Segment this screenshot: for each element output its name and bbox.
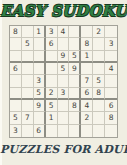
sudoku-cell-r3c4 [46,51,58,63]
sudoku-cell-r3c9 [105,51,117,63]
sudoku-cell-r6c1 [10,88,22,100]
sudoku-cell-r9c3: 6 [34,125,46,137]
sudoku-cell-r3c3 [34,51,46,63]
sudoku-cell-r7c1 [10,100,22,112]
sudoku-cell-r6c8: 8 [93,88,105,100]
sudoku-cell-r3c5: 9 [58,51,70,63]
sudoku-cell-r9c6 [69,125,81,137]
sudoku-cell-r6c9 [105,88,117,100]
sudoku-cell-r9c4 [46,125,58,137]
sudoku-cell-r5c3: 3 [34,75,46,87]
sudoku-cell-r6c2 [22,88,34,100]
sudoku-cell-r8c4: 1 [46,112,58,124]
sudoku-cell-r5c9 [105,75,117,87]
sudoku-cell-r8c5 [58,112,70,124]
sudoku-cell-r2c6 [69,38,81,50]
sudoku-cell-r9c8 [93,125,105,137]
sudoku-cell-r4c4 [46,63,58,75]
sudoku-cell-r2c1 [10,38,22,50]
sudoku-cell-r7c2 [22,100,34,112]
sudoku-cell-r8c9: 8 [105,112,117,124]
sudoku-cell-r5c5 [58,75,70,87]
sudoku-cell-r2c9: 3 [105,38,117,50]
sudoku-cell-r4c5: 5 [58,63,70,75]
sudoku-cell-r4c3 [34,63,46,75]
sudoku-cell-r1c6 [69,26,81,38]
sudoku-cell-r7c5 [58,100,70,112]
sudoku-cell-r4c8 [93,63,105,75]
cover-left-edge [0,0,2,165]
sudoku-cell-r6c3: 5 [34,88,46,100]
sudoku-cell-r9c7 [81,125,93,137]
sudoku-cell-r7c4: 5 [46,100,58,112]
sudoku-cell-r2c7: 8 [81,38,93,50]
sudoku-cell-r3c2 [22,51,34,63]
sudoku-cell-r2c4: 6 [46,38,58,50]
sudoku-cell-r3c1 [10,51,22,63]
sudoku-cell-r4c6: 9 [69,63,81,75]
sudoku-cell-r5c4 [46,75,58,87]
sudoku-cell-r8c7: 2 [81,112,93,124]
sudoku-cell-r1c8: 2 [93,26,105,38]
sudoku-cell-r3c6: 5 [69,51,81,63]
sudoku-cell-r3c7: 1 [81,51,93,63]
sudoku-cell-r4c9: 4 [105,63,117,75]
sudoku-cell-r8c6 [69,112,81,124]
sudoku-cell-r7c6: 8 [69,100,81,112]
sudoku-cell-r7c7: 4 [81,100,93,112]
sudoku-cell-r2c3 [34,38,46,50]
book-cover: EASY SUDOKU 8134256839516594375523689584… [0,0,127,165]
cover-subtitle: PUZZLES FOR ADULTS [0,143,127,157]
sudoku-cell-r2c5 [58,38,70,50]
sudoku-cell-r4c2 [22,63,34,75]
sudoku-cell-r1c3: 1 [34,26,46,38]
sudoku-cell-r4c7 [81,63,93,75]
sudoku-cell-r6c6 [69,88,81,100]
sudoku-cell-r6c7: 6 [81,88,93,100]
sudoku-cell-r6c5: 3 [58,88,70,100]
sudoku-cell-r1c4: 3 [46,26,58,38]
sudoku-cell-r9c9 [105,125,117,137]
sudoku-cell-r9c2 [22,125,34,137]
sudoku-cell-r8c2: 7 [22,112,34,124]
sudoku-cell-r4c1: 6 [10,63,22,75]
sudoku-cell-r1c1: 8 [10,26,22,38]
sudoku-cell-r3c8 [93,51,105,63]
sudoku-cell-r8c3 [34,112,46,124]
sudoku-cell-r5c1 [10,75,22,87]
sudoku-cell-r2c2: 5 [22,38,34,50]
sudoku-cell-r5c8: 5 [93,75,105,87]
sudoku-board: 813425683951659437552368958465712836 [9,25,118,138]
sudoku-cell-r1c9 [105,26,117,38]
sudoku-cell-r9c5 [58,125,70,137]
sudoku-cell-r5c7: 7 [81,75,93,87]
sudoku-cell-r7c8 [93,100,105,112]
sudoku-cell-r9c1: 3 [10,125,22,137]
sudoku-cell-r1c7 [81,26,93,38]
sudoku-cell-r1c5: 4 [58,26,70,38]
sudoku-cell-r1c2 [22,26,34,38]
sudoku-cell-r6c4: 2 [46,88,58,100]
sudoku-cell-r2c8 [93,38,105,50]
sudoku-cell-r8c1: 5 [10,112,22,124]
sudoku-cell-r7c3: 9 [34,100,46,112]
sudoku-cell-r5c6 [69,75,81,87]
sudoku-cell-r5c2 [22,75,34,87]
sudoku-cell-r8c8 [93,112,105,124]
sudoku-cell-r7c9: 6 [105,100,117,112]
cover-title: EASY SUDOKU [0,2,127,20]
